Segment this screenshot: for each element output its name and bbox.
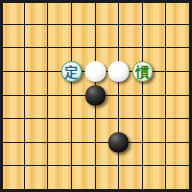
grid-line-horizontal: [0, 165, 192, 166]
grid-line-horizontal: [0, 189, 192, 192]
grid-line-vertical: [189, 0, 192, 192]
grid-line-horizontal: [0, 118, 192, 119]
grid-line-vertical: [47, 0, 48, 192]
marker-guan[interactable]: 慣: [132, 61, 153, 82]
grid-line-horizontal: [0, 142, 192, 143]
grid-line-vertical: [165, 0, 166, 192]
grid-line-vertical: [0, 0, 3, 192]
white-stone: [85, 61, 106, 82]
marker-ding[interactable]: 定: [61, 61, 82, 82]
grid-line-vertical: [71, 0, 72, 192]
grid-line-horizontal: [0, 47, 192, 48]
go-board[interactable]: 定慣: [0, 0, 192, 192]
grid-line-horizontal: [0, 24, 192, 25]
black-stone: [108, 132, 129, 153]
black-stone: [85, 85, 106, 106]
grid-line-horizontal: [0, 0, 192, 3]
grid-line-vertical: [118, 0, 119, 192]
white-stone: [108, 61, 129, 82]
grid-line-vertical: [142, 0, 143, 192]
grid-line-vertical: [24, 0, 25, 192]
